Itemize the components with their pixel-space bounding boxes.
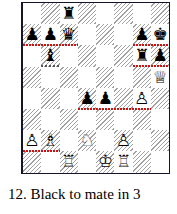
black-queen-c7: ♛ — [60, 24, 78, 45]
square-g1 — [133, 151, 151, 172]
square-b8 — [41, 3, 59, 24]
white-rook-c1: ♖ — [60, 151, 78, 172]
spellcheck-squiggle — [23, 150, 60, 152]
square-d3 — [78, 109, 96, 130]
white-rook-f1: ♖ — [114, 151, 132, 172]
white-pawn-g4: ♙ — [133, 88, 151, 109]
square-d4: ♟ — [78, 88, 96, 109]
square-e8 — [96, 3, 114, 24]
white-queen-h5: ♕ — [151, 67, 169, 88]
square-g8 — [133, 3, 151, 24]
square-g3 — [133, 109, 151, 130]
square-h4 — [151, 88, 169, 109]
black-rook-c8: ♜ — [60, 3, 78, 24]
square-h8 — [151, 3, 169, 24]
puzzle-caption: 12. Black to mate in 3 — [8, 186, 140, 203]
square-d8 — [78, 3, 96, 24]
square-f7 — [114, 24, 132, 45]
square-a2: ♙ — [23, 130, 41, 151]
square-f6 — [114, 45, 132, 66]
white-king-e1: ♔ — [96, 151, 114, 172]
square-f1: ♖ — [114, 151, 132, 172]
square-c4 — [60, 88, 78, 109]
square-e4: ♟ — [96, 88, 114, 109]
square-b7: ♟ — [41, 24, 59, 45]
square-a6 — [23, 45, 41, 66]
square-h3 — [151, 109, 169, 130]
square-a5 — [23, 67, 41, 88]
spellcheck-squiggle — [133, 44, 170, 46]
square-c1: ♖ — [60, 151, 78, 172]
black-king-h7: ♚ — [151, 24, 169, 45]
square-c7: ♛ — [60, 24, 78, 45]
square-b5 — [41, 67, 59, 88]
spellcheck-squiggle — [41, 65, 59, 67]
black-pawn-d4: ♟ — [78, 88, 96, 109]
black-bishop-b6: ♝ — [41, 45, 59, 66]
square-e5 — [96, 67, 114, 88]
white-pawn-a2: ♙ — [23, 130, 41, 151]
square-g5 — [133, 67, 151, 88]
spellcheck-squiggle — [133, 65, 170, 67]
square-a3 — [23, 109, 41, 130]
square-f5 — [114, 67, 132, 88]
square-b1 — [41, 151, 59, 172]
square-g2 — [133, 130, 151, 151]
white-knight-d2: ♘ — [78, 130, 96, 151]
square-h7: ♚ — [151, 24, 169, 45]
square-a1 — [23, 151, 41, 172]
square-c5 — [60, 67, 78, 88]
square-c2 — [60, 130, 78, 151]
square-b4 — [41, 88, 59, 109]
square-f2: ♙ — [114, 130, 132, 151]
square-d2: ♘ — [78, 130, 96, 151]
chess-board: ♜♟♟♛♟♚♝♜♟♕♟♟♙♙♗♘♙♖♔♖ — [21, 2, 170, 174]
square-e1: ♔ — [96, 151, 114, 172]
square-d5 — [78, 67, 96, 88]
square-b6: ♝ — [41, 45, 59, 66]
square-g6: ♜ — [133, 45, 151, 66]
square-a7: ♟ — [23, 24, 41, 45]
square-h2 — [151, 130, 169, 151]
square-e3 — [96, 109, 114, 130]
square-b3 — [41, 109, 59, 130]
black-pawn-h6: ♟ — [151, 45, 169, 66]
black-pawn-a7: ♟ — [23, 24, 41, 45]
black-pawn-e4: ♟ — [96, 88, 114, 109]
square-d1 — [78, 151, 96, 172]
square-f8 — [114, 3, 132, 24]
spellcheck-squiggle — [23, 44, 78, 46]
square-f3 — [114, 109, 132, 130]
square-a8 — [23, 3, 41, 24]
square-c8: ♜ — [60, 3, 78, 24]
square-b2: ♗ — [41, 130, 59, 151]
square-d6 — [78, 45, 96, 66]
white-bishop-b2: ♗ — [41, 130, 59, 151]
white-pawn-f2: ♙ — [114, 130, 132, 151]
spellcheck-squiggle — [78, 108, 151, 110]
square-g4: ♙ — [133, 88, 151, 109]
square-a4 — [23, 88, 41, 109]
square-e7 — [96, 24, 114, 45]
square-e2 — [96, 130, 114, 151]
black-pawn-g7: ♟ — [133, 24, 151, 45]
square-d7 — [78, 24, 96, 45]
black-pawn-b7: ♟ — [41, 24, 59, 45]
square-e6 — [96, 45, 114, 66]
square-c3 — [60, 109, 78, 130]
square-h1 — [151, 151, 169, 172]
square-c6 — [60, 45, 78, 66]
square-h5: ♕ — [151, 67, 169, 88]
square-f4 — [114, 88, 132, 109]
square-h6: ♟ — [151, 45, 169, 66]
square-g7: ♟ — [133, 24, 151, 45]
black-rook-g6: ♜ — [133, 45, 151, 66]
